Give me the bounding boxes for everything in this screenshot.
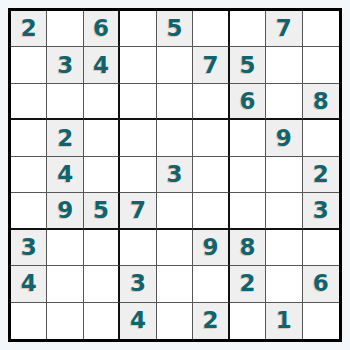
cell-r4c4[interactable] (120, 120, 156, 156)
cell-r8c5[interactable] (157, 266, 193, 302)
cell-r9c6: 2 (193, 303, 229, 339)
cell-r6c1[interactable] (11, 193, 47, 229)
cell-r5c6[interactable] (193, 157, 229, 193)
cell-r9c5[interactable] (157, 303, 193, 339)
cell-r5c7[interactable] (230, 157, 266, 193)
cell-r8c7: 2 (230, 266, 266, 302)
cell-r9c8: 1 (266, 303, 302, 339)
cell-r1c7[interactable] (230, 11, 266, 47)
cell-r8c1: 4 (11, 266, 47, 302)
cell-r6c5[interactable] (157, 193, 193, 229)
cell-r7c7: 8 (230, 230, 266, 266)
cell-r5c4[interactable] (120, 157, 156, 193)
cell-r3c5[interactable] (157, 84, 193, 120)
cell-r4c6[interactable] (193, 120, 229, 156)
cell-r5c8[interactable] (266, 157, 302, 193)
cell-r2c2: 3 (47, 47, 83, 83)
cell-r3c6[interactable] (193, 84, 229, 120)
cell-r9c7[interactable] (230, 303, 266, 339)
cell-r3c3[interactable] (84, 84, 120, 120)
cell-r7c4[interactable] (120, 230, 156, 266)
cell-r8c2[interactable] (47, 266, 83, 302)
cell-r2c6: 7 (193, 47, 229, 83)
cell-r7c8[interactable] (266, 230, 302, 266)
cell-r9c4: 4 (120, 303, 156, 339)
cell-r4c2: 2 (47, 120, 83, 156)
cell-r1c9[interactable] (303, 11, 339, 47)
cell-r4c7[interactable] (230, 120, 266, 156)
cell-r4c1[interactable] (11, 120, 47, 156)
cell-r6c4: 7 (120, 193, 156, 229)
cell-r2c7: 5 (230, 47, 266, 83)
cell-r1c1: 2 (11, 11, 47, 47)
cell-r7c5[interactable] (157, 230, 193, 266)
cell-r6c2: 9 (47, 193, 83, 229)
cell-r1c3: 6 (84, 11, 120, 47)
cell-r9c2[interactable] (47, 303, 83, 339)
cell-r6c6[interactable] (193, 193, 229, 229)
cell-r4c9[interactable] (303, 120, 339, 156)
cell-r1c2[interactable] (47, 11, 83, 47)
cell-r2c9[interactable] (303, 47, 339, 83)
cell-r7c6: 9 (193, 230, 229, 266)
cell-r5c2: 4 (47, 157, 83, 193)
cell-r7c3[interactable] (84, 230, 120, 266)
cell-r6c3: 5 (84, 193, 120, 229)
cell-r9c1[interactable] (11, 303, 47, 339)
cell-r1c5: 5 (157, 11, 193, 47)
cell-r6c8[interactable] (266, 193, 302, 229)
cell-r5c5: 3 (157, 157, 193, 193)
cell-r6c7[interactable] (230, 193, 266, 229)
cell-r4c5[interactable] (157, 120, 193, 156)
cell-r8c4: 3 (120, 266, 156, 302)
cell-r3c7: 6 (230, 84, 266, 120)
cell-r3c1[interactable] (11, 84, 47, 120)
cell-r1c6[interactable] (193, 11, 229, 47)
cell-r8c9: 6 (303, 266, 339, 302)
cell-r5c1[interactable] (11, 157, 47, 193)
cell-r8c6[interactable] (193, 266, 229, 302)
cell-r3c9: 8 (303, 84, 339, 120)
cell-r2c5[interactable] (157, 47, 193, 83)
cell-r9c9[interactable] (303, 303, 339, 339)
cell-r4c3[interactable] (84, 120, 120, 156)
cell-r7c9[interactable] (303, 230, 339, 266)
cell-r3c8[interactable] (266, 84, 302, 120)
cell-r7c2[interactable] (47, 230, 83, 266)
cell-r7c1: 3 (11, 230, 47, 266)
cell-r2c4[interactable] (120, 47, 156, 83)
cell-r4c8: 9 (266, 120, 302, 156)
cell-r1c4[interactable] (120, 11, 156, 47)
cell-r3c4[interactable] (120, 84, 156, 120)
cell-r9c3[interactable] (84, 303, 120, 339)
cell-r6c9: 3 (303, 193, 339, 229)
sudoku-board: 26573475682943295733984326421 (8, 8, 342, 342)
cell-r8c8[interactable] (266, 266, 302, 302)
cell-r2c8[interactable] (266, 47, 302, 83)
cell-r8c3[interactable] (84, 266, 120, 302)
cell-r2c1[interactable] (11, 47, 47, 83)
cell-r3c2[interactable] (47, 84, 83, 120)
cell-r5c9: 2 (303, 157, 339, 193)
cell-r1c8: 7 (266, 11, 302, 47)
cell-r2c3: 4 (84, 47, 120, 83)
cell-r5c3[interactable] (84, 157, 120, 193)
